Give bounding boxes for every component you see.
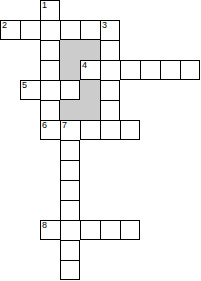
- crossword-cell[interactable]: [40, 60, 60, 80]
- crossword-cell[interactable]: [160, 60, 180, 80]
- crossword-cell[interactable]: [60, 140, 80, 160]
- crossword-cell[interactable]: 2: [0, 20, 20, 40]
- clue-number: 7: [62, 121, 67, 130]
- crossword-cell[interactable]: [40, 80, 60, 100]
- crossword-cell[interactable]: [120, 60, 140, 80]
- crossword-cell[interactable]: [60, 20, 80, 40]
- crossword-cell[interactable]: [80, 220, 100, 240]
- shaded-cell: [60, 60, 80, 80]
- shaded-cell: [60, 100, 80, 120]
- crossword-cell[interactable]: [60, 260, 80, 280]
- crossword-cell[interactable]: 3: [100, 20, 120, 40]
- crossword-cell[interactable]: [60, 180, 80, 200]
- crossword-cell[interactable]: [100, 100, 120, 120]
- crossword-cell[interactable]: [60, 160, 80, 180]
- crossword-cell[interactable]: [40, 40, 60, 60]
- crossword-cell[interactable]: [80, 120, 100, 140]
- shaded-cell: [80, 40, 100, 60]
- crossword-cell[interactable]: [100, 80, 120, 100]
- crossword-cell[interactable]: 5: [20, 80, 40, 100]
- crossword-cell[interactable]: [180, 60, 200, 80]
- crossword-grid: 12345678: [0, 0, 201, 281]
- crossword-cell[interactable]: [20, 20, 40, 40]
- crossword-cell[interactable]: [40, 100, 60, 120]
- crossword-cell[interactable]: [100, 40, 120, 60]
- crossword-cell[interactable]: [80, 20, 100, 40]
- crossword-cell[interactable]: [120, 220, 140, 240]
- clue-number: 1: [42, 1, 47, 10]
- shaded-cell: [80, 100, 100, 120]
- crossword-cell[interactable]: [100, 120, 120, 140]
- clue-number: 2: [2, 21, 7, 30]
- clue-number: 3: [102, 21, 107, 30]
- crossword-cell[interactable]: [120, 120, 140, 140]
- shaded-cell: [80, 80, 100, 100]
- clue-number: 8: [42, 221, 47, 230]
- crossword-cell[interactable]: [60, 240, 80, 260]
- crossword-cell[interactable]: [100, 220, 120, 240]
- crossword-cell[interactable]: [100, 60, 120, 80]
- crossword-cell[interactable]: [60, 220, 80, 240]
- crossword-cell[interactable]: 4: [80, 60, 100, 80]
- crossword-cell[interactable]: [40, 20, 60, 40]
- crossword-cell[interactable]: 8: [40, 220, 60, 240]
- clue-number: 4: [82, 61, 87, 70]
- crossword-cell[interactable]: 7: [60, 120, 80, 140]
- clue-number: 6: [42, 121, 47, 130]
- crossword-cell[interactable]: [60, 200, 80, 220]
- crossword-cell[interactable]: 1: [40, 0, 60, 20]
- crossword-cell[interactable]: 6: [40, 120, 60, 140]
- crossword-cell[interactable]: [140, 60, 160, 80]
- shaded-cell: [60, 40, 80, 60]
- clue-number: 5: [22, 81, 27, 90]
- crossword-cell[interactable]: [60, 80, 80, 100]
